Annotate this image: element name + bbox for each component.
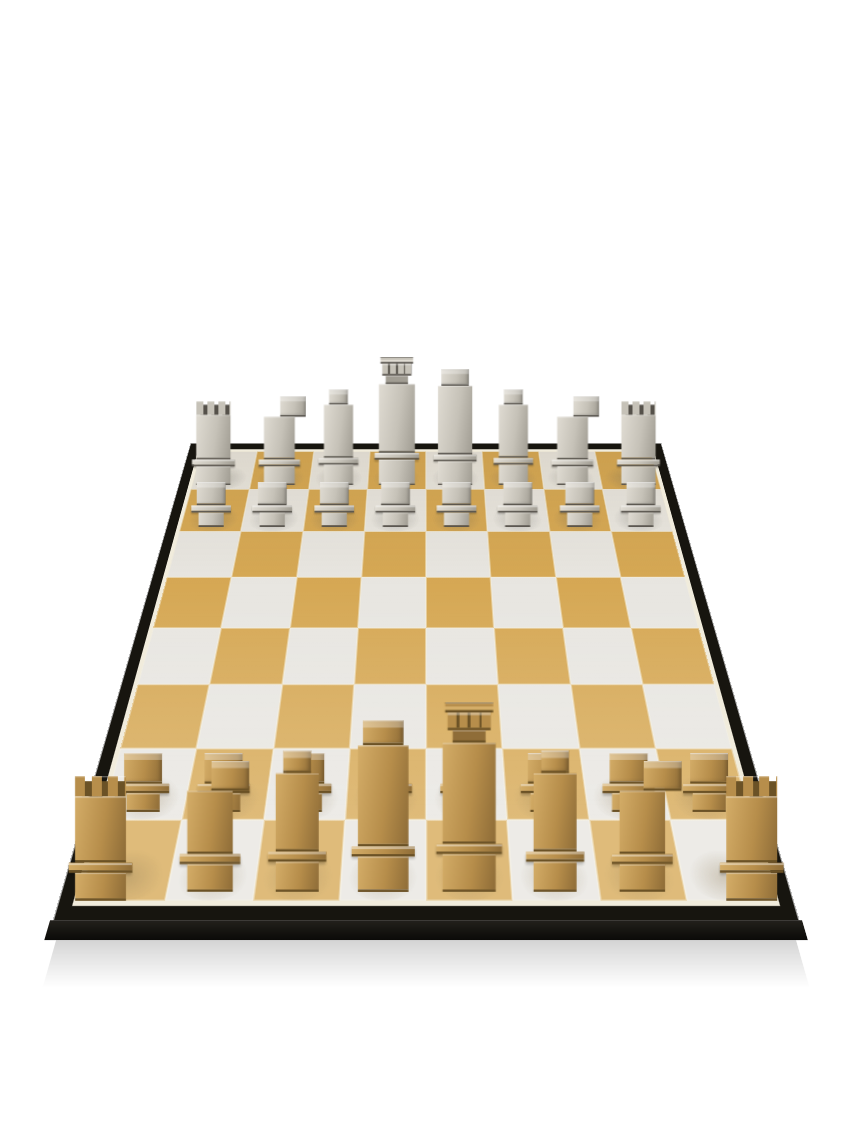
pawn-block-cube [564,481,593,504]
king-block-slab [436,844,502,854]
rook-block-teeth [75,775,126,795]
queen-block-body [357,745,408,846]
piece-silver-knight-b8[interactable]: ♞ [255,396,303,485]
queen-block-slab [433,454,476,461]
pawn-block-base [628,512,653,526]
king-block-body [378,384,414,453]
bishop-block-base [533,861,576,891]
knight-block-slab [259,459,300,466]
square-c1[interactable]: ♗ [252,819,344,900]
piece-gold-rook-a1[interactable]: ♖ [64,775,135,900]
square-f7[interactable]: ♟ [484,489,548,531]
square-b4[interactable] [209,628,289,685]
piece-silver-bishop-f8[interactable]: ♝ [489,389,537,485]
king-block-neck [452,730,485,743]
rook-block-base [75,872,126,900]
rook-block-teeth [621,401,655,415]
piece-silver-bishop-c8[interactable]: ♝ [314,389,362,485]
piece-silver-pawn-a7[interactable]: ♟ [186,481,236,526]
pawn-block-slab [375,505,415,512]
square-e6[interactable] [426,531,491,577]
bishop-block-body [323,405,352,458]
piece-silver-knight-g8[interactable]: ♞ [548,396,596,485]
square-d1[interactable]: ♕ [339,819,426,900]
knight-block-body [187,790,233,853]
square-b5[interactable] [221,577,296,628]
board-frame: ♜♞♝♚♛♝♞♜♟♟♟♟♟♟♟♟♙♙♙♙♙♙♙♙♖♘♗♕♔♗♘♖ [53,443,797,919]
rook-block-body [196,415,230,460]
square-b7[interactable]: ♟ [241,489,308,531]
king-block-slab [374,453,419,460]
pawn-block-base [382,512,407,526]
pawn-block-cube [258,481,287,504]
piece-silver-pawn-d7[interactable]: ♟ [370,481,420,526]
pawn-block-slab [559,505,599,512]
square-a7[interactable]: ♟ [179,489,249,531]
square-a5[interactable] [153,577,232,628]
pawn-block-slab [252,505,292,512]
piece-gold-bishop-c1[interactable]: ♗ [261,750,332,892]
square-g4[interactable] [562,628,642,685]
bishop-block-slab [267,851,325,861]
pawn-block-cube [503,481,532,504]
bishop-block-body [499,405,528,458]
square-e7[interactable]: ♟ [426,489,488,531]
bishop-block-cube [282,750,310,773]
piece-silver-rook-h8[interactable]: ♜ [614,401,662,485]
bishop-block-base [275,861,318,891]
square-d7[interactable]: ♟ [364,489,426,531]
square-c5[interactable] [289,577,361,628]
chess-board: ♜♞♝♚♛♝♞♜♟♟♟♟♟♟♟♟♙♙♙♙♙♙♙♙♖♘♗♕♔♗♘♖ [53,443,797,919]
square-b6[interactable] [231,531,302,577]
square-c4[interactable] [281,628,357,685]
pawn-block-slab [620,505,660,512]
square-h1[interactable]: ♖ [669,819,773,900]
square-h6[interactable] [610,531,684,577]
square-a6[interactable] [166,531,240,577]
square-e1[interactable]: ♔ [426,819,513,900]
square-d5[interactable] [357,577,425,628]
pawn-block-slab [498,505,538,512]
knight-block-cube [211,760,249,790]
king-block-body [442,742,495,843]
pawn-block-cube [196,481,225,504]
pawn-block-base [566,512,591,526]
piece-silver-pawn-h7[interactable]: ♟ [615,481,665,526]
knight-block-base [618,864,664,892]
knight-block-slab [179,854,240,864]
square-c7[interactable]: ♟ [302,489,366,531]
knight-block-base [187,864,233,892]
square-f6[interactable] [487,531,555,577]
square-h5[interactable] [620,577,699,628]
square-h7[interactable]: ♟ [602,489,672,531]
queen-block-cube [362,720,402,745]
pawn-block-slab [436,505,476,512]
pawn-block-cube [319,481,348,504]
bishop-block-cube [328,389,347,404]
knight-block-body [556,417,587,460]
piece-silver-pawn-f7[interactable]: ♟ [492,481,542,526]
pawn-block-slab [191,505,231,512]
square-f3[interactable] [498,684,579,747]
square-g3[interactable] [570,684,655,747]
piece-gold-queen-d1[interactable]: ♕ [347,720,418,892]
pawn-block-base [321,512,346,526]
king-block-crown [447,712,490,730]
rook-block-base [726,872,777,900]
rook-block-slab [68,862,132,872]
pawn-block-base [505,512,530,526]
board-scene: ♜♞♝♚♛♝♞♜♟♟♟♟♟♟♟♟♙♙♙♙♙♙♙♙♖♘♗♕♔♗♘♖ [0,227,851,1028]
queen-block-body [438,386,472,455]
rook-block-body [621,415,655,460]
board-edge [44,920,808,940]
square-e5[interactable] [426,577,494,628]
square-f5[interactable] [490,577,562,628]
king-block-slabcap [445,702,493,712]
pawn-block-base [260,512,285,526]
square-c3[interactable] [273,684,354,747]
square-g5[interactable] [555,577,630,628]
pawn-block-base [444,512,469,526]
piece-silver-king-d8[interactable]: ♚ [372,357,420,486]
pawn-block-base [198,512,223,526]
photo-canvas: ♜♞♝♚♛♝♞♜♟♟♟♟♟♟♟♟♙♙♙♙♙♙♙♙♖♘♗♕♔♗♘♖ [0,0,851,1134]
rook-block-slab [719,862,783,872]
piece-gold-knight-g1[interactable]: ♘ [606,760,677,891]
square-a1[interactable]: ♖ [78,819,182,900]
king-block-neck [385,375,407,384]
square-d4[interactable] [353,628,425,685]
rook-block-body [726,796,777,862]
rook-block-teeth [196,401,230,415]
king-block-crown [382,363,411,375]
square-c6[interactable] [296,531,364,577]
square-g7[interactable]: ♟ [543,489,610,531]
piece-silver-pawn-e7[interactable]: ♟ [431,481,481,526]
square-a3[interactable] [120,684,209,747]
pawn-block-cube [380,481,409,504]
square-f4[interactable] [494,628,570,685]
knight-block-body [618,790,664,853]
rook-block-slab [192,459,235,466]
bishop-block-body [275,773,318,851]
board-grid: ♜♞♝♚♛♝♞♜♟♟♟♟♟♟♟♟♙♙♙♙♙♙♙♙♖♘♗♕♔♗♘♖ [78,451,773,900]
piece-silver-queen-e8[interactable]: ♛ [431,369,479,486]
piece-gold-rook-h1[interactable]: ♖ [715,775,786,900]
bishop-block-body [533,773,576,851]
square-e4[interactable] [426,628,498,685]
bishop-block-cube [504,389,523,404]
pawn-block-cube [442,481,471,504]
square-f1[interactable]: ♗ [507,819,599,900]
piece-gold-knight-b1[interactable]: ♘ [174,760,245,891]
square-b3[interactable] [196,684,281,747]
square-g1[interactable]: ♘ [588,819,686,900]
knight-block-slab [551,459,592,466]
square-b1[interactable]: ♘ [165,819,263,900]
piece-gold-bishop-f1[interactable]: ♗ [520,750,591,892]
piece-silver-pawn-g7[interactable]: ♟ [554,481,604,526]
knight-block-cube [642,760,680,790]
knight-block-slab [611,854,672,864]
queen-block-slab [351,846,414,856]
piece-gold-king-e1[interactable]: ♔ [433,702,504,892]
piece-silver-rook-a8[interactable]: ♜ [189,401,237,485]
king-block-slabcap [380,357,413,364]
piece-silver-pawn-b7[interactable]: ♟ [247,481,297,526]
square-h4[interactable] [630,628,714,685]
rook-block-teeth [726,775,777,795]
square-d6[interactable] [361,531,426,577]
knight-block-cube [280,396,306,417]
bishop-block-cube [541,750,569,773]
square-g6[interactable] [549,531,620,577]
board-shadow [42,940,809,988]
pawn-block-cube [626,481,655,504]
rook-block-body [75,796,126,862]
knight-block-cube [573,396,599,417]
rook-block-slab [617,459,660,466]
knight-block-body [264,417,295,460]
queen-block-cube [441,369,468,386]
square-a4[interactable] [137,628,221,685]
bishop-block-slab [318,458,357,465]
piece-silver-pawn-c7[interactable]: ♟ [308,481,358,526]
bishop-block-slab [526,851,584,861]
square-h3[interactable] [642,684,731,747]
bishop-block-slab [494,458,533,465]
king-block-base [442,854,495,892]
queen-block-base [357,856,408,891]
pawn-block-slab [314,505,354,512]
